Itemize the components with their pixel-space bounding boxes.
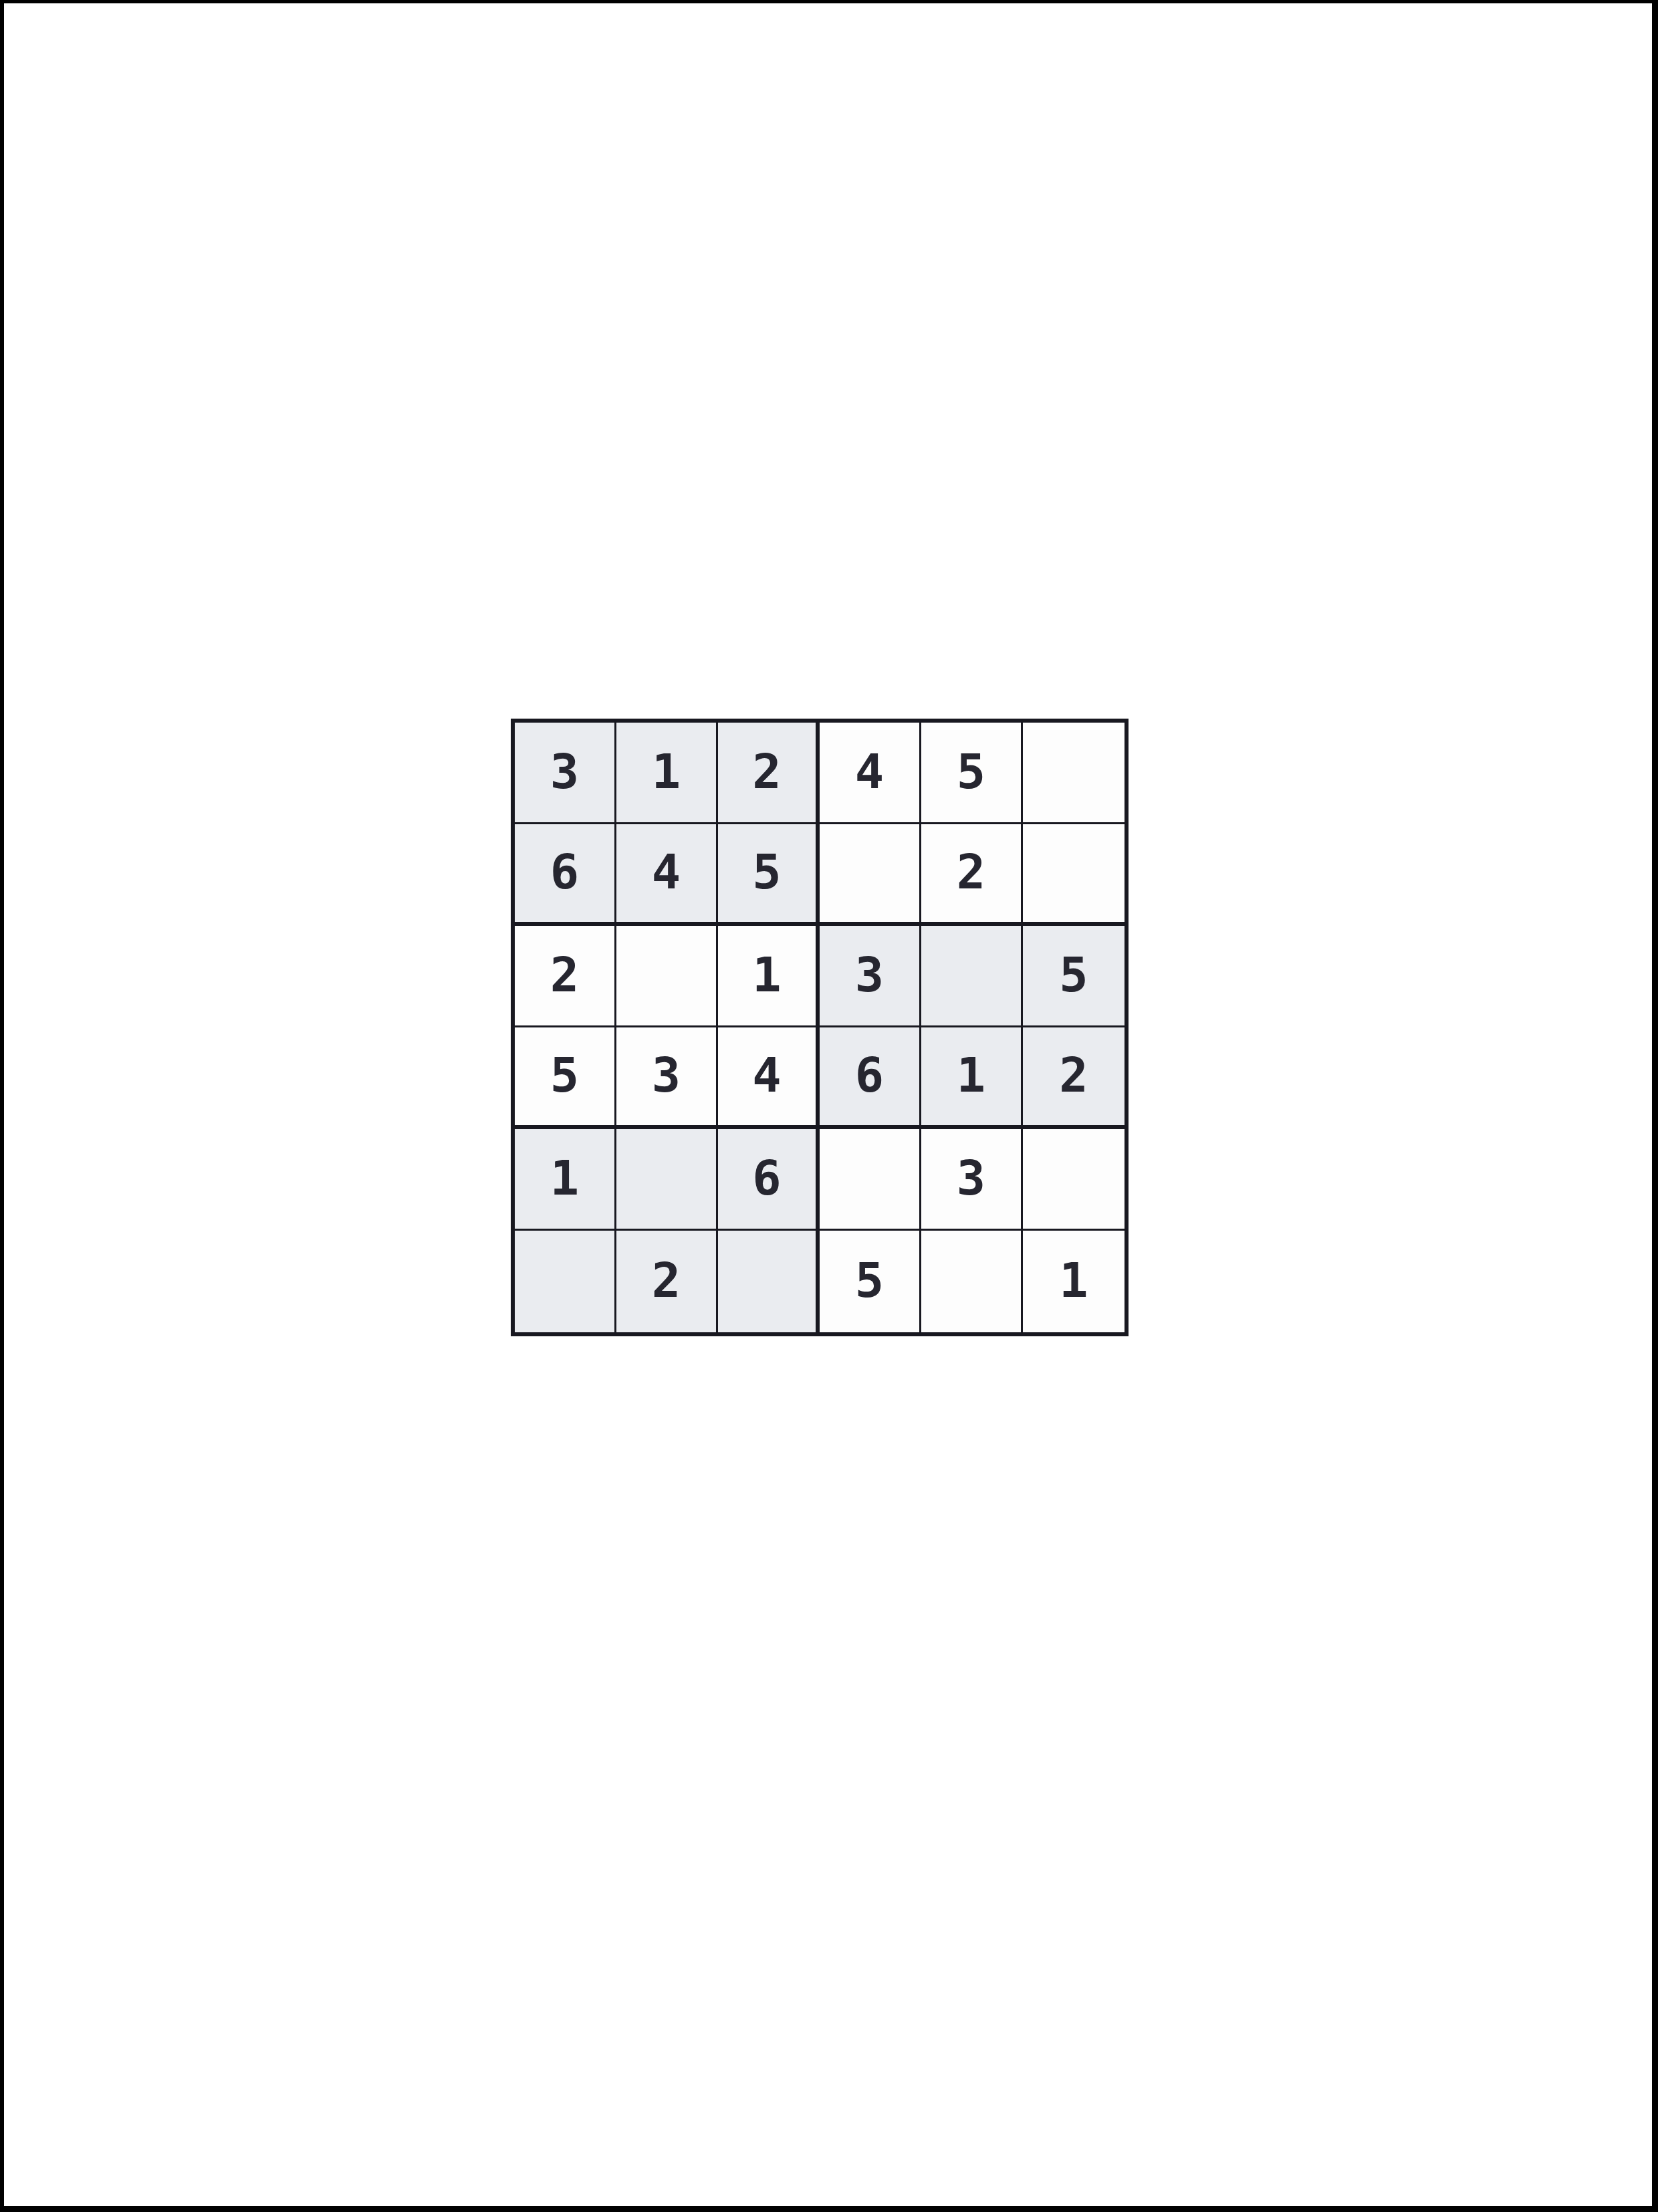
- cell-digit: 5: [957, 747, 985, 795]
- cell-r2c1: 6: [515, 824, 616, 926]
- cell-r5c3: 6: [718, 1129, 820, 1231]
- cell-r5c1: 1: [515, 1129, 616, 1231]
- cell-digit: 5: [752, 848, 781, 896]
- cell-r6c1: [515, 1231, 616, 1332]
- cell-r5c6: [1023, 1129, 1124, 1231]
- cell-r2c6: [1023, 824, 1124, 926]
- cell-digit: 3: [957, 1154, 985, 1202]
- cell-digit: 4: [652, 848, 681, 896]
- cell-r1c2: 1: [616, 723, 718, 824]
- cell-digit: 4: [855, 747, 884, 795]
- page: 3124564522135534612163251: [0, 0, 1658, 2212]
- cell-r2c2: 4: [616, 824, 718, 926]
- cell-digit: 1: [550, 1154, 579, 1202]
- cell-r2c4: [820, 824, 921, 926]
- cell-r6c6: 1: [1023, 1231, 1124, 1332]
- cell-r2c3: 5: [718, 824, 820, 926]
- cell-digit: 3: [652, 1051, 681, 1099]
- cell-r4c4: 6: [820, 1027, 921, 1129]
- cell-digit: 6: [855, 1051, 884, 1099]
- cell-r4c3: 4: [718, 1027, 820, 1129]
- cell-digit: 3: [550, 747, 579, 795]
- cell-r4c6: 2: [1023, 1027, 1124, 1129]
- cell-r3c4: 3: [820, 926, 921, 1027]
- cell-r3c2: [616, 926, 718, 1027]
- cell-digit: 1: [752, 951, 781, 999]
- cell-r4c1: 5: [515, 1027, 616, 1129]
- cell-digit: 5: [550, 1051, 579, 1099]
- cell-digit: 1: [957, 1051, 985, 1099]
- cell-r1c3: 2: [718, 723, 820, 824]
- cell-r6c4: 5: [820, 1231, 921, 1332]
- cell-digit: 1: [652, 747, 681, 795]
- cell-digit: 6: [550, 848, 579, 896]
- cell-r3c3: 1: [718, 926, 820, 1027]
- cell-digit: 6: [752, 1154, 781, 1202]
- cell-digit: 2: [957, 848, 985, 896]
- cell-digit: 1: [1059, 1256, 1088, 1304]
- cell-digit: 4: [752, 1051, 781, 1099]
- cell-r2c5: 2: [921, 824, 1023, 926]
- cell-r6c2: 2: [616, 1231, 718, 1332]
- cell-r6c3: [718, 1231, 820, 1332]
- cell-r1c4: 4: [820, 723, 921, 824]
- sudoku-board: 3124564522135534612163251: [511, 719, 1129, 1336]
- cell-digit: 2: [1059, 1051, 1088, 1099]
- cell-digit: 2: [752, 747, 781, 795]
- cell-digit: 3: [855, 951, 884, 999]
- cell-r5c5: 3: [921, 1129, 1023, 1231]
- cell-r3c6: 5: [1023, 926, 1124, 1027]
- cell-r5c4: [820, 1129, 921, 1231]
- cell-r1c6: [1023, 723, 1124, 824]
- cell-digit: 2: [550, 951, 579, 999]
- cell-r3c5: [921, 926, 1023, 1027]
- cell-r1c1: 3: [515, 723, 616, 824]
- cell-r3c1: 2: [515, 926, 616, 1027]
- cell-digit: 2: [652, 1256, 681, 1304]
- cell-r4c5: 1: [921, 1027, 1023, 1129]
- cell-digit: 5: [855, 1256, 884, 1304]
- cell-r1c5: 5: [921, 723, 1023, 824]
- cell-r6c5: [921, 1231, 1023, 1332]
- cell-r4c2: 3: [616, 1027, 718, 1129]
- cell-digit: 5: [1059, 951, 1088, 999]
- cell-r5c2: [616, 1129, 718, 1231]
